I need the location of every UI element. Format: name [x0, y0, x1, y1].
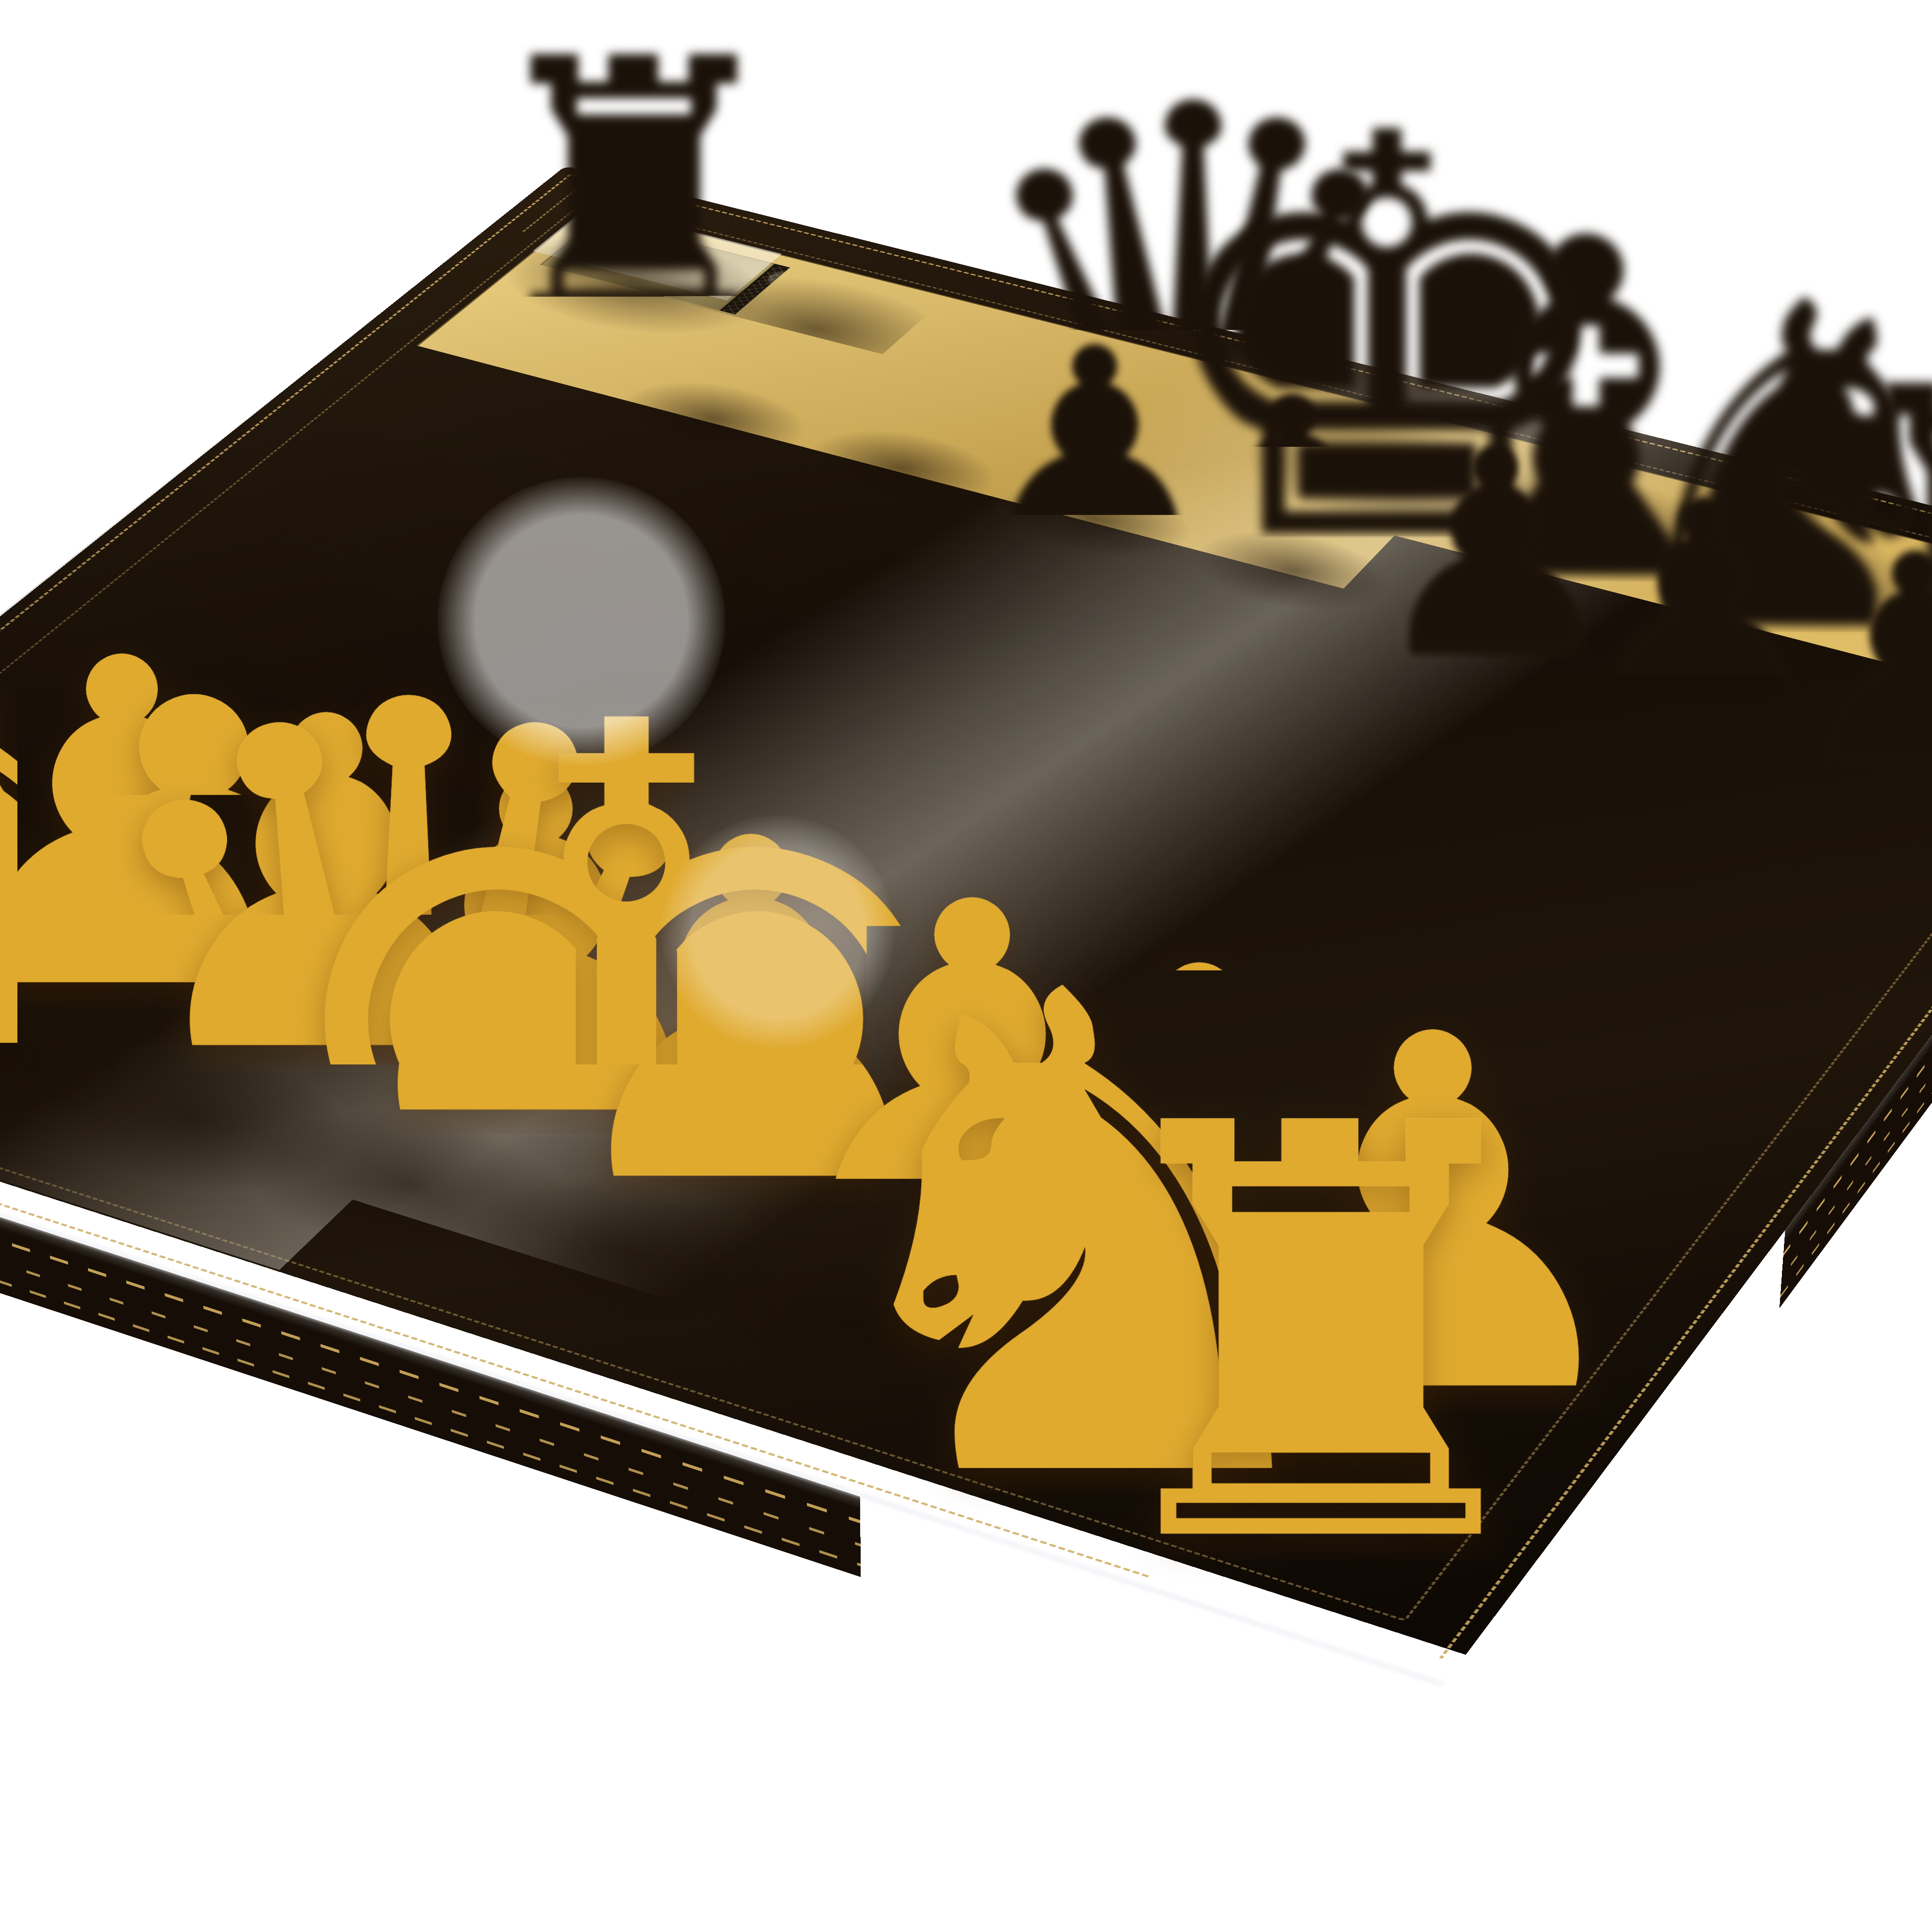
chess-board: ♜♞♝♛♚♝♞♜♟♟♟♟♟♟♟♟♟♟♟♟♟♟♟♟♜♞♝♛♚♝♞♜	[0, 166, 1932, 1686]
chess-set-product-photo: ♜♞♝♛♚♝♞♜♟♟♟♟♟♟♟♟♟♟♟♟♟♟♟♟♜♞♝♛♚♝♞♜	[0, 0, 1932, 1932]
board-scene: ♜♞♝♛♚♝♞♜♟♟♟♟♟♟♟♟♟♟♟♟♟♟♟♟♜♞♝♛♚♝♞♜	[0, 0, 1932, 1839]
black-pawn-glyph: ♟	[1426, 517, 1932, 810]
